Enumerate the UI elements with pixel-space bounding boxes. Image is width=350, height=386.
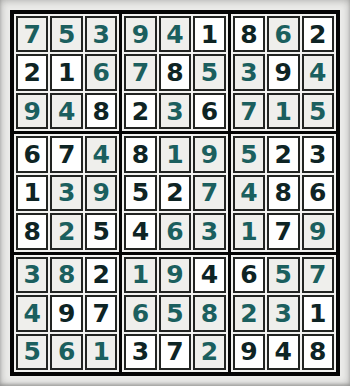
sudoku-cell-r1c4[interactable]: 9 — [124, 16, 156, 52]
sudoku-cell-r8c1[interactable]: 4 — [16, 295, 48, 331]
sudoku-cell-r2c1[interactable]: 2 — [16, 54, 48, 90]
sudoku-cell-r4c3[interactable]: 4 — [85, 136, 117, 172]
sudoku-cell-r1c6[interactable]: 1 — [193, 16, 225, 52]
sudoku-cell-r6c3[interactable]: 5 — [85, 213, 117, 249]
sudoku-cell-r4c6[interactable]: 9 — [193, 136, 225, 172]
sudoku-cell-r5c7[interactable]: 4 — [233, 175, 265, 211]
sudoku-cell-r1c1[interactable]: 7 — [16, 16, 48, 52]
sudoku-cell-r3c7[interactable]: 7 — [233, 93, 265, 129]
sudoku-board: 7532169489417852368623947156741398258195… — [10, 10, 340, 376]
sudoku-cell-r4c2[interactable]: 7 — [50, 136, 82, 172]
sudoku-cell-r6c6[interactable]: 3 — [193, 213, 225, 249]
sudoku-cell-r5c6[interactable]: 7 — [193, 175, 225, 211]
sudoku-cell-r6c9[interactable]: 9 — [302, 213, 334, 249]
sudoku-box-4: 674139825 — [14, 134, 119, 251]
sudoku-cell-r3c4[interactable]: 2 — [124, 93, 156, 129]
sudoku-cell-r1c8[interactable]: 6 — [267, 16, 299, 52]
sudoku-cell-r2c7[interactable]: 3 — [233, 54, 265, 90]
sudoku-cell-r3c8[interactable]: 1 — [267, 93, 299, 129]
sudoku-cell-r3c9[interactable]: 5 — [302, 93, 334, 129]
sudoku-cell-r9c6[interactable]: 2 — [193, 334, 225, 370]
sudoku-box-1: 753216948 — [14, 14, 119, 131]
sudoku-box-5: 819527463 — [122, 134, 227, 251]
sudoku-cell-r8c7[interactable]: 2 — [233, 295, 265, 331]
sudoku-cell-r5c1[interactable]: 1 — [16, 175, 48, 211]
sudoku-cell-r5c9[interactable]: 6 — [302, 175, 334, 211]
sudoku-box-9: 657231948 — [231, 255, 336, 372]
sudoku-cell-r9c3[interactable]: 1 — [85, 334, 117, 370]
sudoku-box-6: 523486179 — [231, 134, 336, 251]
sudoku-cell-r7c7[interactable]: 6 — [233, 257, 265, 293]
sudoku-cell-r8c2[interactable]: 9 — [50, 295, 82, 331]
sudoku-cell-r6c4[interactable]: 4 — [124, 213, 156, 249]
sudoku-cell-r5c8[interactable]: 8 — [267, 175, 299, 211]
sudoku-cell-r7c6[interactable]: 4 — [193, 257, 225, 293]
sudoku-cell-r9c1[interactable]: 5 — [16, 334, 48, 370]
sudoku-cell-r9c8[interactable]: 4 — [267, 334, 299, 370]
sudoku-cell-r8c3[interactable]: 7 — [85, 295, 117, 331]
sudoku-cell-r3c3[interactable]: 8 — [85, 93, 117, 129]
sudoku-cell-r7c1[interactable]: 3 — [16, 257, 48, 293]
sudoku-cell-r5c2[interactable]: 3 — [50, 175, 82, 211]
sudoku-cell-r7c9[interactable]: 7 — [302, 257, 334, 293]
sudoku-cell-r6c2[interactable]: 2 — [50, 213, 82, 249]
sudoku-cell-r4c4[interactable]: 8 — [124, 136, 156, 172]
sudoku-cell-r5c3[interactable]: 9 — [85, 175, 117, 211]
sudoku-cell-r6c5[interactable]: 6 — [159, 213, 191, 249]
sudoku-cell-r4c7[interactable]: 5 — [233, 136, 265, 172]
sudoku-cell-r7c3[interactable]: 2 — [85, 257, 117, 293]
sudoku-box-3: 862394715 — [231, 14, 336, 131]
sudoku-box-8: 194658372 — [122, 255, 227, 372]
sudoku-cell-r2c6[interactable]: 5 — [193, 54, 225, 90]
sudoku-cell-r8c5[interactable]: 5 — [159, 295, 191, 331]
sudoku-cell-r1c5[interactable]: 4 — [159, 16, 191, 52]
sudoku-box-7: 382497561 — [14, 255, 119, 372]
sudoku-cell-r7c8[interactable]: 5 — [267, 257, 299, 293]
sudoku-cell-r8c4[interactable]: 6 — [124, 295, 156, 331]
sudoku-cell-r1c7[interactable]: 8 — [233, 16, 265, 52]
sudoku-cell-r7c4[interactable]: 1 — [124, 257, 156, 293]
sudoku-cell-r7c5[interactable]: 9 — [159, 257, 191, 293]
sudoku-cell-r2c2[interactable]: 1 — [50, 54, 82, 90]
sudoku-cell-r8c9[interactable]: 1 — [302, 295, 334, 331]
sudoku-cell-r9c9[interactable]: 8 — [302, 334, 334, 370]
sudoku-cell-r2c9[interactable]: 4 — [302, 54, 334, 90]
sudoku-cell-r4c8[interactable]: 2 — [267, 136, 299, 172]
sudoku-cell-r4c9[interactable]: 3 — [302, 136, 334, 172]
sudoku-cell-r8c8[interactable]: 3 — [267, 295, 299, 331]
sudoku-cell-r6c7[interactable]: 1 — [233, 213, 265, 249]
sudoku-cell-r2c8[interactable]: 9 — [267, 54, 299, 90]
sudoku-cell-r1c2[interactable]: 5 — [50, 16, 82, 52]
sudoku-cell-r1c3[interactable]: 3 — [85, 16, 117, 52]
sudoku-cell-r9c2[interactable]: 6 — [50, 334, 82, 370]
sudoku-cell-r5c5[interactable]: 2 — [159, 175, 191, 211]
sudoku-cell-r7c2[interactable]: 8 — [50, 257, 82, 293]
sudoku-cell-r9c7[interactable]: 9 — [233, 334, 265, 370]
sudoku-cell-r5c4[interactable]: 5 — [124, 175, 156, 211]
sudoku-cell-r3c2[interactable]: 4 — [50, 93, 82, 129]
sudoku-cell-r6c8[interactable]: 7 — [267, 213, 299, 249]
sudoku-cell-r6c1[interactable]: 8 — [16, 213, 48, 249]
sudoku-cell-r4c1[interactable]: 6 — [16, 136, 48, 172]
sudoku-cell-r3c1[interactable]: 9 — [16, 93, 48, 129]
sudoku-cell-r2c5[interactable]: 8 — [159, 54, 191, 90]
sudoku-cell-r1c9[interactable]: 2 — [302, 16, 334, 52]
sudoku-cell-r8c6[interactable]: 8 — [193, 295, 225, 331]
sudoku-cell-r2c3[interactable]: 6 — [85, 54, 117, 90]
sudoku-cell-r4c5[interactable]: 1 — [159, 136, 191, 172]
sudoku-box-2: 941785236 — [122, 14, 227, 131]
page-frame: 7532169489417852368623947156741398258195… — [0, 0, 350, 386]
sudoku-cell-r9c5[interactable]: 7 — [159, 334, 191, 370]
sudoku-cell-r9c4[interactable]: 3 — [124, 334, 156, 370]
sudoku-cell-r3c5[interactable]: 3 — [159, 93, 191, 129]
sudoku-cell-r2c4[interactable]: 7 — [124, 54, 156, 90]
sudoku-cell-r3c6[interactable]: 6 — [193, 93, 225, 129]
